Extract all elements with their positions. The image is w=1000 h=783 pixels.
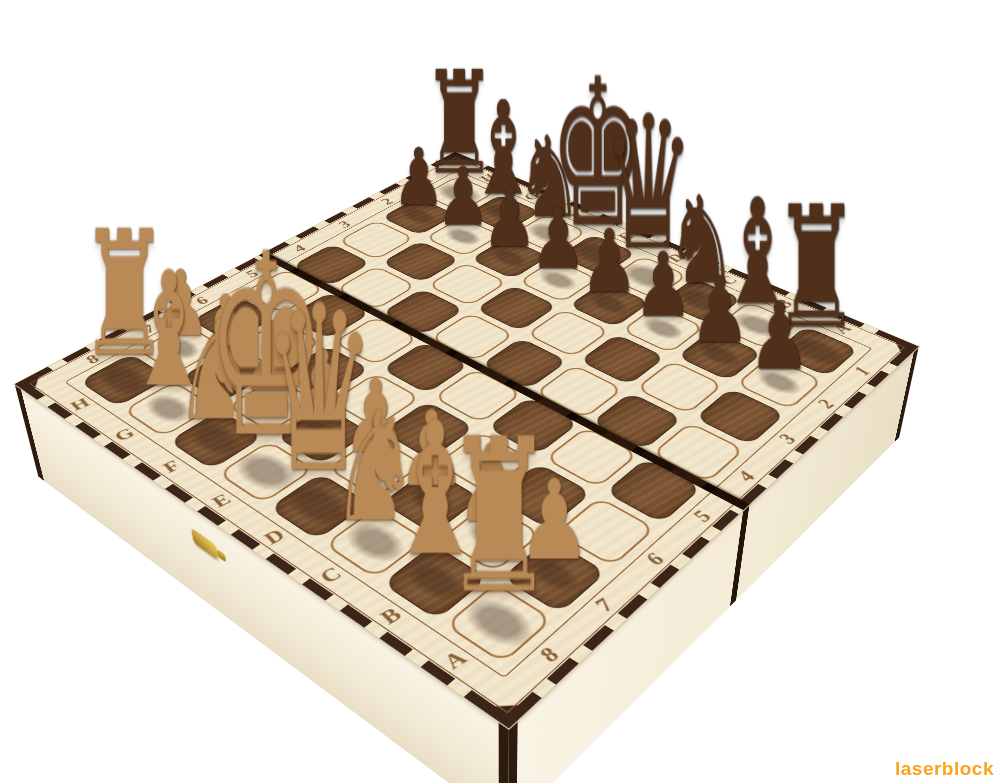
product-photo: ABCDEFGH ABCDEFGH 87654321 87654321 ♜♝♞♛… — [0, 0, 1000, 783]
square-engraving — [591, 392, 683, 450]
box-corner-accent — [499, 721, 509, 783]
square-b3 — [630, 357, 730, 418]
brass-latch — [191, 528, 218, 560]
square-a3 — [689, 384, 792, 449]
square-b4 — [585, 389, 688, 454]
piece-glyph-pawn: ♟ — [748, 289, 810, 382]
square-engraving — [605, 458, 702, 523]
square-a4 — [645, 418, 751, 487]
square-engraving — [695, 388, 786, 445]
box-corner-accent — [508, 720, 517, 783]
box-fold-hinge-gap — [730, 504, 749, 606]
square-engraving — [635, 360, 724, 414]
chessboard: ABCDEFGH ABCDEFGH 87654321 87654321 ♜♝♞♛… — [15, 152, 919, 729]
square-a5 — [598, 454, 708, 528]
square-engraving — [651, 422, 745, 483]
watermark: laserblock — [895, 758, 994, 780]
piece-glyph-rook: ♜ — [443, 410, 555, 622]
